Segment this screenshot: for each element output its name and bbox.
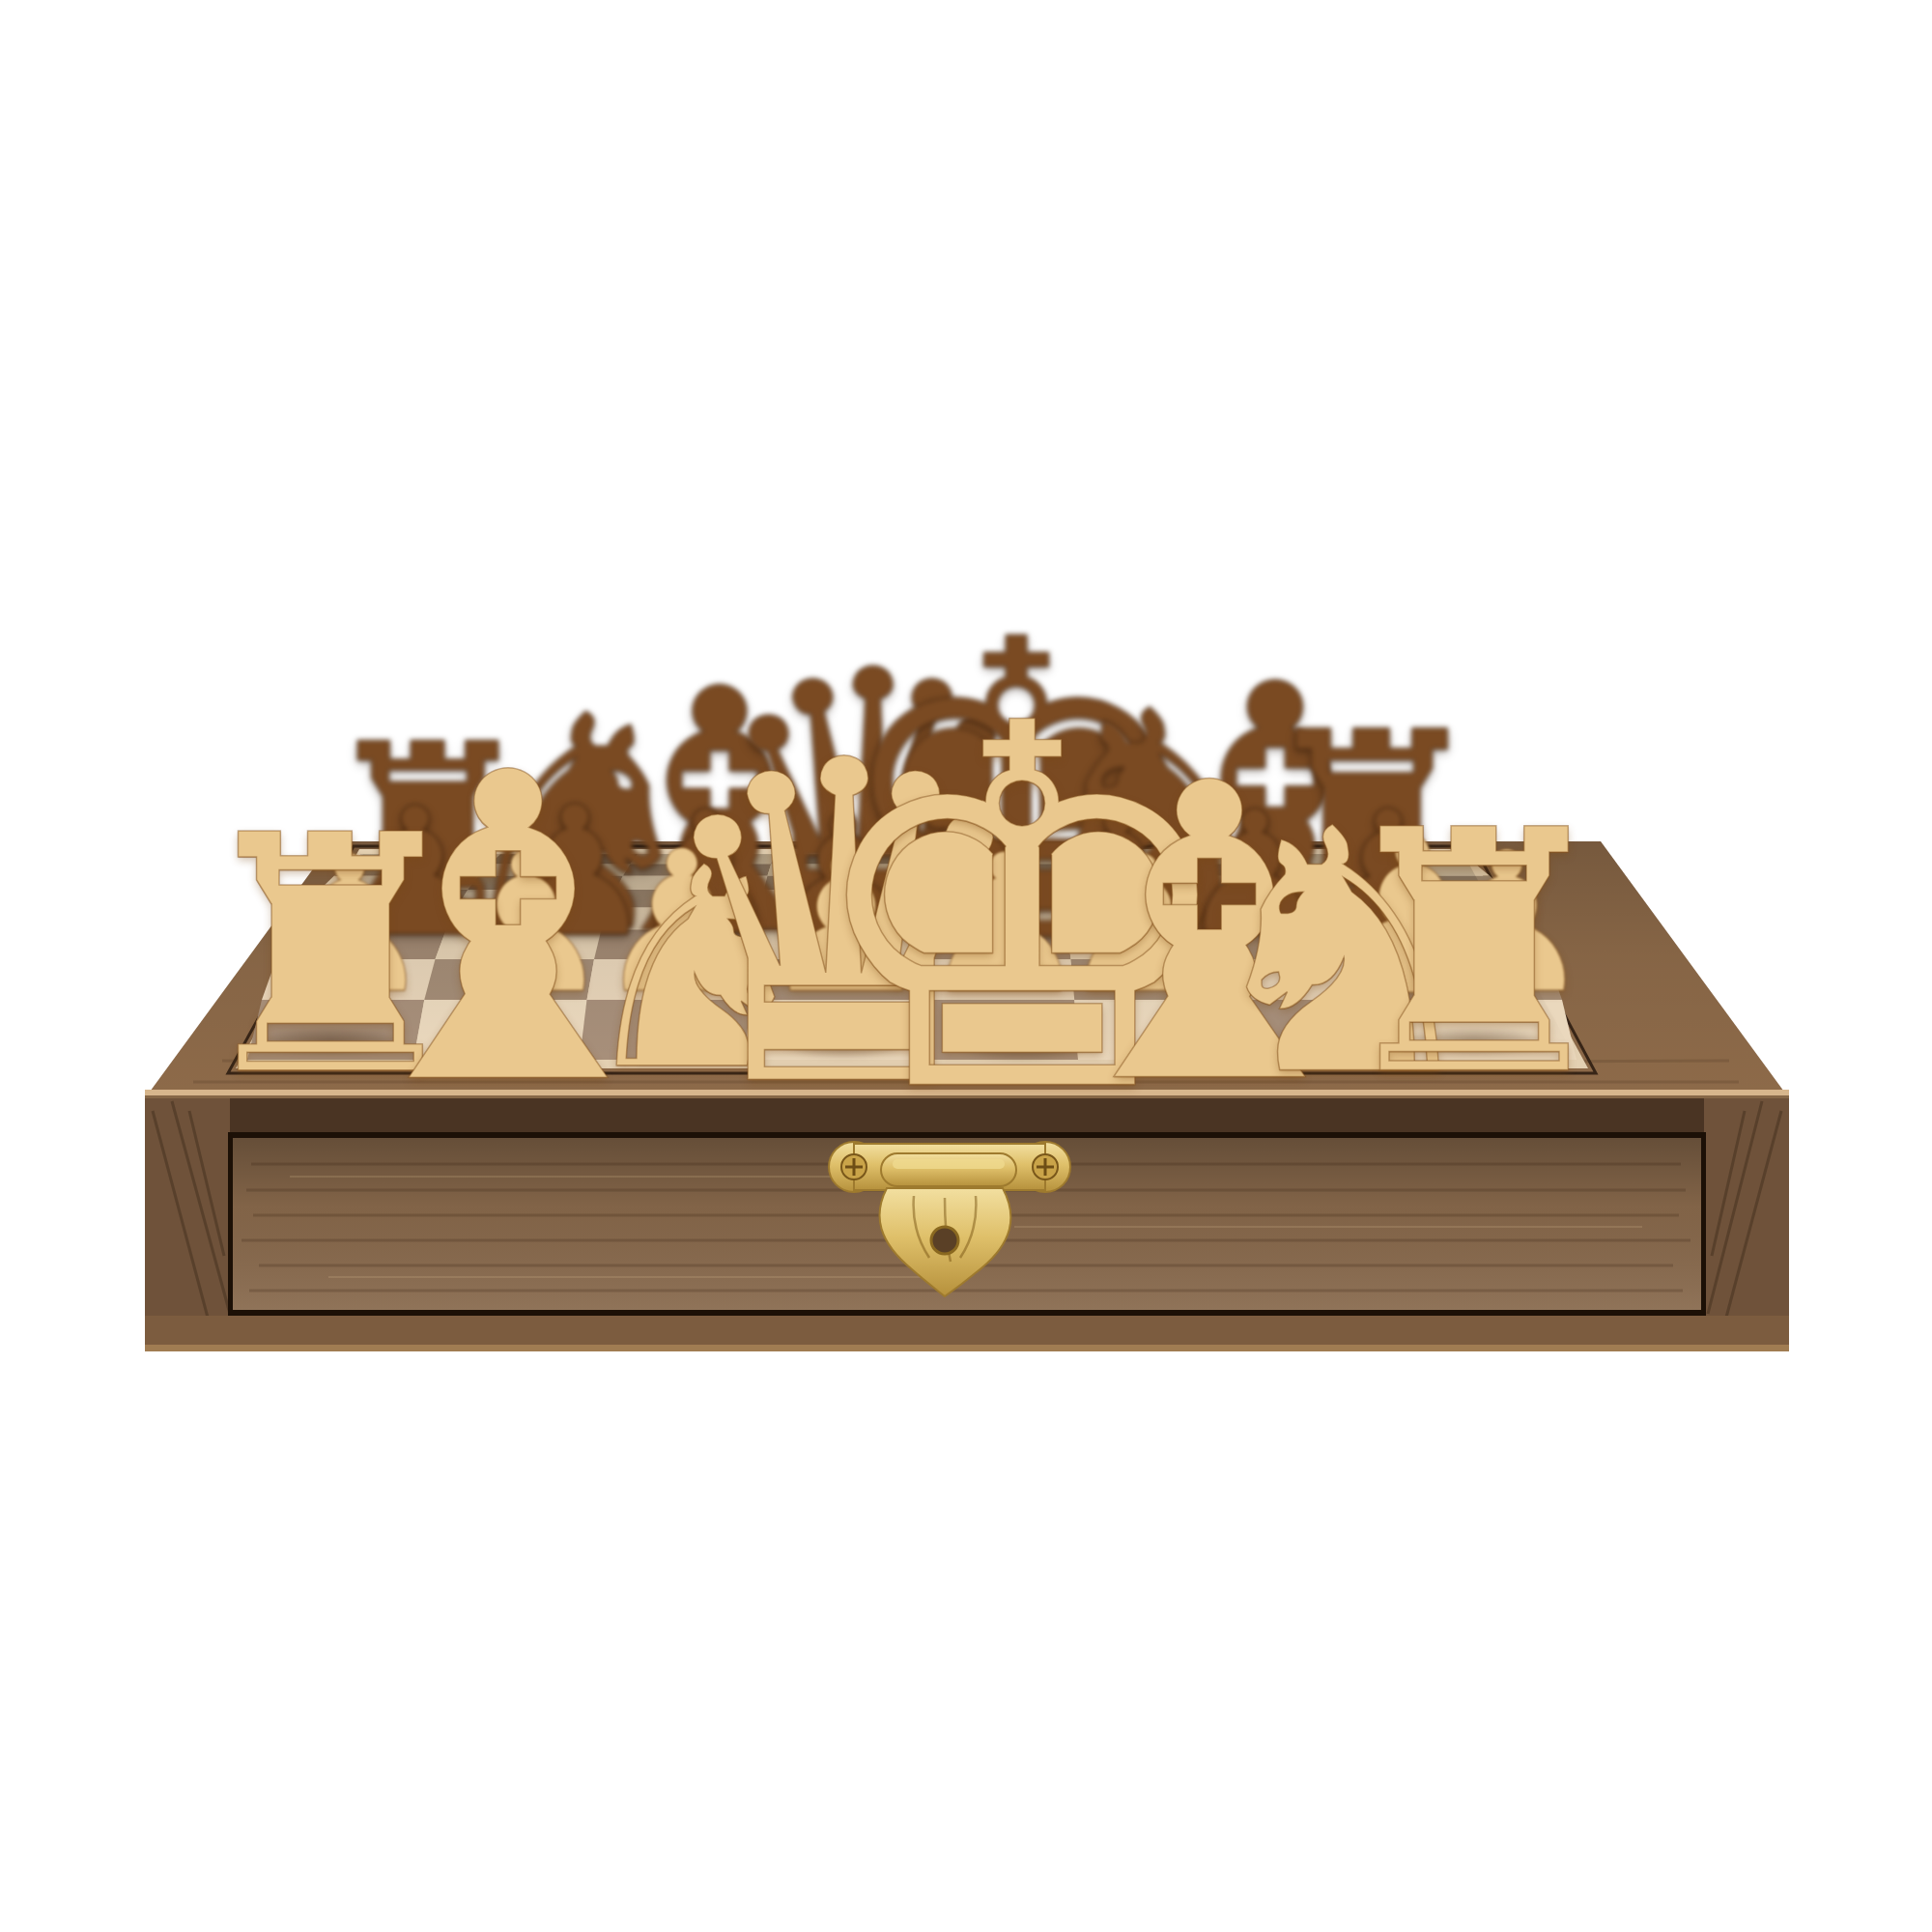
drawer-seam-right: [1701, 1132, 1706, 1316]
box-bottom-edge: [145, 1345, 1789, 1351]
latch-hole: [931, 1227, 958, 1254]
piece-white-rook-h1[interactable]: ♜: [1324, 707, 1624, 1041]
product-photo-chess-set: ♜♞♝♛♚♞♝♜♟♟♟♟♟♟♟♟♟♟♟♟♟♟♟♟♜♝♞♛♚♝♞♜: [0, 0, 1932, 1932]
drawer-seam-left: [228, 1132, 233, 1316]
drawer-seam-bottom: [230, 1310, 1704, 1316]
